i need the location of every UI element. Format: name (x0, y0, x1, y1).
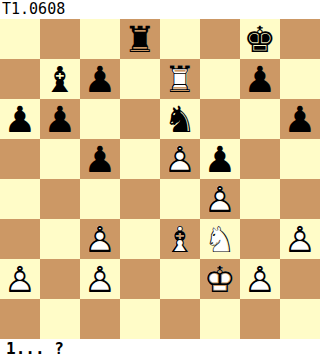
white-pawn: ♙ (240, 259, 280, 299)
white-pawn: ♙ (80, 259, 120, 299)
square-a4[interactable] (0, 179, 40, 219)
square-e5[interactable]: ♟♙ (160, 139, 200, 179)
square-f2[interactable]: ♚♔ (200, 259, 240, 299)
black-pawn: ♟ (40, 99, 80, 139)
black-pawn: ♟ (0, 99, 40, 139)
white-pawn: ♙ (0, 259, 40, 299)
square-d8[interactable]: ♜ (120, 19, 160, 59)
square-c8[interactable] (80, 19, 120, 59)
white-bishop-fill: ♝ (160, 219, 200, 259)
square-c6[interactable] (80, 99, 120, 139)
square-h3[interactable]: ♟♙ (280, 219, 320, 259)
white-pawn-fill: ♟ (160, 139, 200, 179)
square-d5[interactable] (120, 139, 160, 179)
square-c3[interactable]: ♟♙ (80, 219, 120, 259)
white-king-fill: ♚ (200, 259, 240, 299)
square-b3[interactable] (40, 219, 80, 259)
square-f5[interactable]: ♟ (200, 139, 240, 179)
white-pawn-fill: ♟ (80, 219, 120, 259)
black-pawn: ♟ (80, 59, 120, 99)
square-c1[interactable] (80, 299, 120, 339)
white-pawn-fill: ♟ (0, 259, 40, 299)
square-h2[interactable] (280, 259, 320, 299)
square-e7[interactable]: ♜♖ (160, 59, 200, 99)
white-pawn-fill: ♟ (80, 259, 120, 299)
white-pawn-fill: ♟ (240, 259, 280, 299)
square-g3[interactable] (240, 219, 280, 259)
square-e8[interactable] (160, 19, 200, 59)
square-a2[interactable]: ♟♙ (0, 259, 40, 299)
square-b7[interactable]: ♝ (40, 59, 80, 99)
square-b6[interactable]: ♟ (40, 99, 80, 139)
black-pawn: ♟ (280, 99, 320, 139)
square-f7[interactable] (200, 59, 240, 99)
square-h5[interactable] (280, 139, 320, 179)
white-pawn: ♙ (80, 219, 120, 259)
square-a1[interactable] (0, 299, 40, 339)
square-h8[interactable] (280, 19, 320, 59)
black-king: ♚ (240, 19, 280, 59)
square-h1[interactable] (280, 299, 320, 339)
puzzle-id: T1.0608 (2, 0, 65, 18)
white-knight: ♘ (200, 219, 240, 259)
square-e4[interactable] (160, 179, 200, 219)
square-f8[interactable] (200, 19, 240, 59)
white-pawn: ♙ (280, 219, 320, 259)
square-c2[interactable]: ♟♙ (80, 259, 120, 299)
square-a8[interactable] (0, 19, 40, 59)
square-a5[interactable] (0, 139, 40, 179)
puzzle-diagram: T1.0608 ♜♚♝♟♜♖♟♟♟♞♟♟♟♙♟♟♙♟♙♝♗♞♘♟♙♟♙♟♙♚♔♟… (0, 0, 320, 360)
square-d3[interactable] (120, 219, 160, 259)
square-d1[interactable] (120, 299, 160, 339)
square-a3[interactable] (0, 219, 40, 259)
square-d6[interactable] (120, 99, 160, 139)
white-bishop: ♗ (160, 219, 200, 259)
square-e6[interactable]: ♞ (160, 99, 200, 139)
black-pawn: ♟ (200, 139, 240, 179)
white-rook: ♖ (160, 59, 200, 99)
square-b8[interactable] (40, 19, 80, 59)
square-f1[interactable] (200, 299, 240, 339)
white-pawn: ♙ (160, 139, 200, 179)
square-b2[interactable] (40, 259, 80, 299)
white-rook-fill: ♜ (160, 59, 200, 99)
white-pawn-fill: ♟ (280, 219, 320, 259)
square-g5[interactable] (240, 139, 280, 179)
square-e2[interactable] (160, 259, 200, 299)
square-f4[interactable]: ♟♙ (200, 179, 240, 219)
square-b1[interactable] (40, 299, 80, 339)
square-g6[interactable] (240, 99, 280, 139)
square-h7[interactable] (280, 59, 320, 99)
square-g8[interactable]: ♚ (240, 19, 280, 59)
square-f3[interactable]: ♞♘ (200, 219, 240, 259)
square-g2[interactable]: ♟♙ (240, 259, 280, 299)
white-pawn: ♙ (200, 179, 240, 219)
square-e3[interactable]: ♝♗ (160, 219, 200, 259)
square-c4[interactable] (80, 179, 120, 219)
move-prompt: 1... ? (6, 338, 64, 360)
square-f6[interactable] (200, 99, 240, 139)
square-d4[interactable] (120, 179, 160, 219)
black-pawn: ♟ (240, 59, 280, 99)
chess-board: ♜♚♝♟♜♖♟♟♟♞♟♟♟♙♟♟♙♟♙♝♗♞♘♟♙♟♙♟♙♚♔♟♙ (0, 19, 320, 339)
white-knight-fill: ♞ (200, 219, 240, 259)
black-rook: ♜ (120, 19, 160, 59)
black-knight: ♞ (160, 99, 200, 139)
square-c7[interactable]: ♟ (80, 59, 120, 99)
square-g1[interactable] (240, 299, 280, 339)
square-b5[interactable] (40, 139, 80, 179)
square-a6[interactable]: ♟ (0, 99, 40, 139)
square-e1[interactable] (160, 299, 200, 339)
square-a7[interactable] (0, 59, 40, 99)
black-pawn: ♟ (80, 139, 120, 179)
square-g4[interactable] (240, 179, 280, 219)
square-d2[interactable] (120, 259, 160, 299)
square-h4[interactable] (280, 179, 320, 219)
square-h6[interactable]: ♟ (280, 99, 320, 139)
square-c5[interactable]: ♟ (80, 139, 120, 179)
white-king: ♔ (200, 259, 240, 299)
square-g7[interactable]: ♟ (240, 59, 280, 99)
square-b4[interactable] (40, 179, 80, 219)
square-d7[interactable] (120, 59, 160, 99)
white-pawn-fill: ♟ (200, 179, 240, 219)
black-bishop: ♝ (40, 59, 80, 99)
